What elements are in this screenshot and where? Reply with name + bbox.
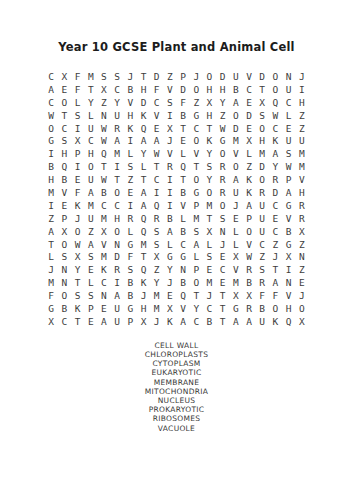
grid-cell: C (216, 263, 229, 276)
grid-cell: G (190, 109, 203, 122)
grid-cell: C (150, 96, 163, 109)
grid-cell: F (45, 289, 58, 302)
grid-cell: A (45, 83, 58, 96)
grid-cell: T (150, 160, 163, 173)
grid-cell: O (45, 122, 58, 135)
grid-cell: D (111, 250, 124, 263)
grid-cell: V (124, 96, 137, 109)
grid-cell: K (137, 109, 150, 122)
grid-cell: C (269, 122, 282, 135)
grid-cell: L (124, 225, 137, 238)
grid-cell: U (256, 225, 269, 238)
grid-cell: V (282, 212, 295, 225)
grid-cell: E (216, 276, 229, 289)
grid-cell: S (84, 289, 97, 302)
grid-cell: M (137, 238, 150, 251)
grid-cell: A (242, 315, 255, 328)
grid-cell: J (269, 250, 282, 263)
grid-cell: C (45, 70, 58, 83)
grid-cell: G (124, 302, 137, 315)
grid-cell: Z (269, 238, 282, 251)
grid-cell: Y (84, 96, 97, 109)
grid-cell: W (269, 109, 282, 122)
grid-cell: L (242, 147, 255, 160)
grid-cell: V (177, 302, 190, 315)
grid-cell: M (97, 212, 110, 225)
grid-cell: Q (97, 147, 110, 160)
grid-cell: B (177, 186, 190, 199)
grid-cell: C (190, 315, 203, 328)
word-list-item: PROKARYOTIC (0, 405, 353, 414)
grid-cell: B (177, 225, 190, 238)
grid-cell: U (111, 302, 124, 315)
grid-cell: V (177, 199, 190, 212)
grid-cell: K (163, 315, 176, 328)
grid-cell: T (256, 83, 269, 96)
grid-cell: H (124, 109, 137, 122)
grid-cell: W (71, 238, 84, 251)
grid-cell: N (295, 250, 308, 263)
grid-cell: M (45, 276, 58, 289)
grid-cell: K (124, 122, 137, 135)
grid-cell: W (45, 109, 58, 122)
grid-cell: S (203, 160, 216, 173)
grid-cell: M (190, 212, 203, 225)
grid-cell: Q (137, 122, 150, 135)
grid-cell: R (216, 173, 229, 186)
grid-cell: G (45, 134, 58, 147)
grid-cell: H (203, 109, 216, 122)
grid-cell: L (163, 238, 176, 251)
grid-cell: A (45, 225, 58, 238)
grid-cell: O (84, 160, 97, 173)
grid-cell: M (111, 147, 124, 160)
grid-cell: G (163, 250, 176, 263)
grid-cell: S (97, 70, 110, 83)
grid-cell: R (216, 186, 229, 199)
grid-cell: J (137, 289, 150, 302)
grid-cell: I (71, 122, 84, 135)
grid-cell: Q (177, 160, 190, 173)
word-list-item: CHLOROPLASTS (0, 350, 353, 359)
grid-cell: M (229, 134, 242, 147)
grid-cell: S (256, 109, 269, 122)
grid-cell: Z (295, 238, 308, 251)
grid-cell: N (216, 225, 229, 238)
grid-cell: L (177, 147, 190, 160)
grid-cell: T (84, 83, 97, 96)
grid-cell: X (295, 315, 308, 328)
grid-cell: S (150, 225, 163, 238)
grid-cell: E (84, 263, 97, 276)
grid-cell: Q (58, 160, 71, 173)
grid-cell: R (256, 276, 269, 289)
grid-cell: T (71, 276, 84, 289)
grid-cell: F (71, 186, 84, 199)
grid-cell: C (282, 96, 295, 109)
grid-cell: H (256, 134, 269, 147)
grid-cell: T (216, 315, 229, 328)
grid-cell: X (71, 134, 84, 147)
grid-cell: I (163, 173, 176, 186)
grid-cell: M (203, 199, 216, 212)
grid-cell: G (282, 238, 295, 251)
grid-cell: O (190, 276, 203, 289)
grid-cell: Y (269, 160, 282, 173)
grid-cell: B (58, 173, 71, 186)
grid-cell: B (229, 83, 242, 96)
grid-cell: M (295, 160, 308, 173)
grid-cell: S (58, 250, 71, 263)
grid-cell: E (269, 212, 282, 225)
grid-cell: I (163, 186, 176, 199)
grid-cell: U (84, 212, 97, 225)
grid-cell: T (190, 289, 203, 302)
grid-cell: F (177, 96, 190, 109)
grid-cell: O (229, 160, 242, 173)
grid-cell: O (58, 238, 71, 251)
grid-cell: I (150, 186, 163, 199)
grid-cell: U (256, 315, 269, 328)
grid-cell: E (216, 250, 229, 263)
grid-cell: Y (190, 302, 203, 315)
word-list-item: RIBOSOMES (0, 414, 353, 423)
grid-cell: J (45, 263, 58, 276)
grid-cell: R (124, 212, 137, 225)
grid-cell: P (84, 302, 97, 315)
grid-cell: X (97, 225, 110, 238)
grid-cell: A (84, 186, 97, 199)
grid-cell: Z (295, 122, 308, 135)
grid-cell: K (242, 186, 255, 199)
grid-cell: E (84, 315, 97, 328)
grid-cell: A (229, 96, 242, 109)
grid-cell: P (124, 315, 137, 328)
grid-cell: G (45, 302, 58, 315)
grid-cell: K (97, 263, 110, 276)
grid-cell: R (163, 160, 176, 173)
page-title: Year 10 GCSE Plant and Animal Cell (0, 0, 353, 54)
grid-cell: X (71, 250, 84, 263)
grid-cell: H (295, 96, 308, 109)
grid-cell: O (216, 199, 229, 212)
grid-cell: V (150, 109, 163, 122)
grid-cell: B (45, 160, 58, 173)
grid-cell: J (295, 289, 308, 302)
grid-cell: U (111, 109, 124, 122)
grid-cell: E (97, 302, 110, 315)
grid-cell: E (58, 83, 71, 96)
grid-cell: J (203, 289, 216, 302)
word-list-item: VACUOLE (0, 424, 353, 433)
grid-cell: M (150, 289, 163, 302)
grid-cell: A (229, 315, 242, 328)
grid-cell: D (150, 70, 163, 83)
grid-cell: J (295, 70, 308, 83)
grid-cell: W (97, 122, 110, 135)
grid-cell: A (137, 199, 150, 212)
grid-cell: E (242, 96, 255, 109)
grid-cell: V (163, 147, 176, 160)
grid-cell: T (137, 250, 150, 263)
grid-cell: C (111, 83, 124, 96)
grid-cell: O (269, 70, 282, 83)
grid-cell: U (229, 186, 242, 199)
grid-cell: Y (71, 263, 84, 276)
word-search-grid: CXFMSSJTDZPJODUVDONJAEFTXCBHFVDOHHBCTOUI… (0, 70, 353, 328)
grid-cell: C (97, 276, 110, 289)
grid-cell: A (269, 147, 282, 160)
grid-cell: U (282, 134, 295, 147)
grid-cell: U (256, 212, 269, 225)
grid-cell: V (242, 238, 255, 251)
grid-cell: M (203, 276, 216, 289)
grid-cell: O (295, 302, 308, 315)
grid-cell: M (295, 147, 308, 160)
grid-cell: S (163, 96, 176, 109)
grid-cell: T (177, 173, 190, 186)
grid-cell: O (269, 83, 282, 96)
grid-cell: A (282, 186, 295, 199)
grid-cell: T (58, 109, 71, 122)
grid-cell: S (71, 109, 84, 122)
grid-cell: T (190, 160, 203, 173)
grid-cell: E (282, 122, 295, 135)
grid-cell: X (58, 70, 71, 83)
grid-cell: G (177, 250, 190, 263)
grid-cell: X (58, 225, 71, 238)
grid-cell: D (216, 70, 229, 83)
grid-cell: J (71, 212, 84, 225)
grid-cell: C (242, 83, 255, 96)
grid-cell: I (163, 199, 176, 212)
grid-cell: C (111, 199, 124, 212)
grid-cell: S (190, 225, 203, 238)
grid-cell: L (124, 147, 137, 160)
grid-cell: R (150, 212, 163, 225)
grid-cell: M (256, 147, 269, 160)
grid-cell: N (111, 238, 124, 251)
grid-cell: P (190, 263, 203, 276)
grid-cell: C (97, 199, 110, 212)
grid-cell: P (58, 212, 71, 225)
grid-cell: C (58, 315, 71, 328)
grid-cell: T (177, 122, 190, 135)
grid-cell: V (190, 147, 203, 160)
grid-cell: F (71, 70, 84, 83)
grid-cell: K (137, 276, 150, 289)
grid-cell: O (269, 302, 282, 315)
grid-cell: M (84, 70, 97, 83)
grid-cell: W (150, 147, 163, 160)
word-list-item: CYTOPLASM (0, 359, 353, 368)
grid-cell: Y (203, 173, 216, 186)
grid-cell: Z (295, 109, 308, 122)
grid-cell: G (229, 302, 242, 315)
grid-cell: S (124, 160, 137, 173)
grid-cell: J (150, 315, 163, 328)
grid-cell: C (45, 96, 58, 109)
grid-cell: N (177, 263, 190, 276)
grid-cell: A (137, 186, 150, 199)
grid-cell: Y (163, 263, 176, 276)
grid-cell: A (269, 276, 282, 289)
grid-cell: D (177, 83, 190, 96)
grid-cell: X (229, 250, 242, 263)
grid-cell: N (282, 276, 295, 289)
grid-cell: U (229, 70, 242, 83)
grid-cell: L (84, 109, 97, 122)
grid-cell: A (163, 225, 176, 238)
grid-cell: T (137, 173, 150, 186)
grid-cell: U (111, 315, 124, 328)
grid-cell: O (256, 122, 269, 135)
grid-cell: T (216, 289, 229, 302)
grid-cell: F (269, 289, 282, 302)
grid-cell: V (282, 289, 295, 302)
grid-cell: D (137, 96, 150, 109)
grid-cell: W (97, 134, 110, 147)
grid-cell: I (111, 160, 124, 173)
grid-cell: Z (150, 263, 163, 276)
grid-cell: S (216, 212, 229, 225)
grid-cell: Y (203, 147, 216, 160)
grid-cell: H (295, 186, 308, 199)
grid-cell: Z (124, 173, 137, 186)
word-list-item: NUCLEUS (0, 396, 353, 405)
grid-cell: S (58, 134, 71, 147)
grid-cell: G (216, 134, 229, 147)
word-list-item: MEMBRANE (0, 378, 353, 387)
grid-cell: R (111, 263, 124, 276)
grid-cell: L (203, 238, 216, 251)
grid-cell: P (71, 147, 84, 160)
grid-cell: H (137, 83, 150, 96)
grid-cell: N (58, 276, 71, 289)
grid-cell: S (203, 250, 216, 263)
grid-cell: R (242, 302, 255, 315)
grid-cell: T (45, 238, 58, 251)
grid-cell: A (242, 199, 255, 212)
grid-cell: H (203, 83, 216, 96)
grid-cell: Z (190, 96, 203, 109)
grid-cell: R (295, 199, 308, 212)
grid-cell: L (137, 160, 150, 173)
grid-cell: Y (216, 96, 229, 109)
grid-cell: Z (45, 212, 58, 225)
grid-cell: A (97, 315, 110, 328)
grid-cell: R (111, 122, 124, 135)
grid-cell: O (203, 70, 216, 83)
grid-cell: V (163, 83, 176, 96)
worksheet-page: Year 10 GCSE Plant and Animal Cell CXFMS… (0, 0, 353, 500)
grid-cell: J (216, 238, 229, 251)
grid-cell: S (71, 289, 84, 302)
grid-cell: V (295, 173, 308, 186)
grid-cell: L (71, 96, 84, 109)
grid-cell: K (203, 134, 216, 147)
grid-cell: S (256, 263, 269, 276)
grid-cell: Z (242, 160, 255, 173)
grid-cell: N (97, 109, 110, 122)
grid-cell: L (282, 109, 295, 122)
grid-cell: H (282, 302, 295, 315)
grid-cell: I (124, 134, 137, 147)
grid-cell: O (190, 83, 203, 96)
grid-cell: C (203, 302, 216, 315)
grid-cell: L (229, 238, 242, 251)
grid-cell: L (190, 250, 203, 263)
grid-cell: Q (269, 96, 282, 109)
grid-cell: M (97, 250, 110, 263)
grid-cell: I (111, 276, 124, 289)
grid-cell: I (124, 199, 137, 212)
grid-cell: A (111, 289, 124, 302)
grid-cell: Z (295, 263, 308, 276)
grid-cell: C (84, 134, 97, 147)
grid-cell: S (150, 238, 163, 251)
grid-cell: P (242, 212, 255, 225)
grid-cell: A (229, 173, 242, 186)
grid-cell: B (242, 276, 255, 289)
grid-cell: Q (137, 263, 150, 276)
grid-cell: B (124, 83, 137, 96)
grid-cell: L (45, 250, 58, 263)
grid-cell: T (71, 315, 84, 328)
grid-cell: O (256, 173, 269, 186)
grid-cell: R (242, 263, 255, 276)
grid-cell: S (282, 147, 295, 160)
grid-cell: T (97, 160, 110, 173)
grid-cell: X (137, 315, 150, 328)
word-list-item: CELL WALL (0, 341, 353, 350)
grid-cell: X (242, 134, 255, 147)
grid-cell: D (269, 186, 282, 199)
grid-cell: B (58, 302, 71, 315)
grid-cell: N (58, 263, 71, 276)
grid-cell: A (177, 315, 190, 328)
grid-cell: H (111, 212, 124, 225)
grid-cell: J (190, 70, 203, 83)
grid-cell: O (111, 186, 124, 199)
grid-cell: I (71, 160, 84, 173)
grid-cell: T (203, 212, 216, 225)
grid-cell: Y (150, 276, 163, 289)
grid-cell: X (282, 250, 295, 263)
grid-cell: U (84, 173, 97, 186)
grid-cell: E (163, 289, 176, 302)
grid-cell: X (203, 225, 216, 238)
grid-cell: X (163, 122, 176, 135)
grid-cell: U (256, 199, 269, 212)
grid-cell: B (282, 225, 295, 238)
grid-cell: G (124, 238, 137, 251)
grid-cell: M (150, 302, 163, 315)
grid-cell: O (242, 225, 255, 238)
word-list: CELL WALLCHLOROPLASTSCYTOPLASMEUKARYOTIC… (0, 341, 353, 433)
word-list-item: EUKARYOTIC (0, 368, 353, 377)
grid-cell: P (177, 70, 190, 83)
grid-cell: M (229, 276, 242, 289)
grid-cell: O (71, 225, 84, 238)
grid-cell: L (177, 212, 190, 225)
grid-cell: O (190, 173, 203, 186)
grid-cell: K (269, 315, 282, 328)
grid-cell: T (203, 122, 216, 135)
grid-cell: U (282, 83, 295, 96)
grid-cell: V (242, 70, 255, 83)
grid-cell: U (295, 134, 308, 147)
